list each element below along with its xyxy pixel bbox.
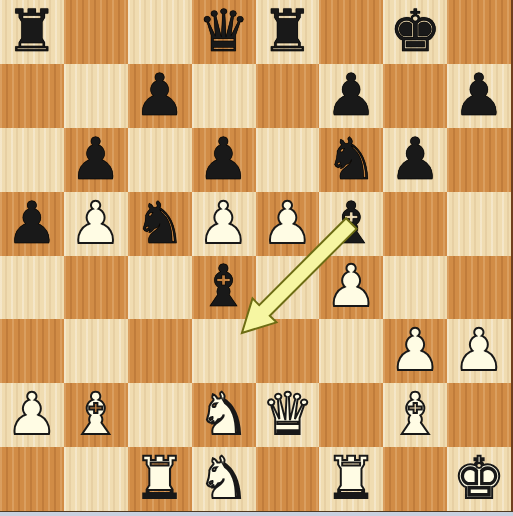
board-frame: ♜♛♜♚♟♟♟♟♟♞♟♟♟♞♟♟♝♝♟♟♟♟♝♞♛♝♜♞♜♚ — [0, 0, 513, 511]
square-f1[interactable]: ♜ — [319, 447, 383, 511]
square-g3[interactable]: ♟ — [383, 319, 447, 383]
window-background-strip — [0, 512, 513, 516]
square-h7[interactable]: ♟ — [447, 64, 511, 128]
black-king[interactable]: ♚ — [389, 2, 441, 60]
square-h2[interactable] — [447, 383, 511, 447]
square-d4[interactable]: ♝ — [192, 256, 256, 320]
white-queen[interactable]: ♛ — [261, 385, 313, 443]
white-pawn[interactable]: ♟ — [261, 194, 313, 252]
square-e2[interactable]: ♛ — [256, 383, 320, 447]
square-c2[interactable] — [128, 383, 192, 447]
square-f6[interactable]: ♞ — [319, 128, 383, 192]
black-bishop[interactable]: ♝ — [198, 257, 250, 315]
white-knight[interactable]: ♞ — [198, 385, 250, 443]
square-a3[interactable] — [0, 319, 64, 383]
white-rook[interactable]: ♜ — [325, 449, 377, 507]
black-pawn[interactable]: ♟ — [134, 66, 186, 124]
black-pawn[interactable]: ♟ — [70, 130, 122, 188]
square-g6[interactable]: ♟ — [383, 128, 447, 192]
square-b7[interactable] — [64, 64, 128, 128]
square-h8[interactable] — [447, 0, 511, 64]
square-b6[interactable]: ♟ — [64, 128, 128, 192]
white-bishop[interactable]: ♝ — [70, 385, 122, 443]
black-pawn[interactable]: ♟ — [6, 194, 58, 252]
white-rook[interactable]: ♜ — [134, 449, 186, 507]
chess-board[interactable]: ♜♛♜♚♟♟♟♟♟♞♟♟♟♞♟♟♝♝♟♟♟♟♝♞♛♝♜♞♜♚ — [0, 0, 511, 511]
square-d8[interactable]: ♛ — [192, 0, 256, 64]
square-g8[interactable]: ♚ — [383, 0, 447, 64]
square-b4[interactable] — [64, 256, 128, 320]
square-b3[interactable] — [64, 319, 128, 383]
square-a6[interactable] — [0, 128, 64, 192]
square-c6[interactable] — [128, 128, 192, 192]
square-h6[interactable] — [447, 128, 511, 192]
white-king[interactable]: ♚ — [453, 449, 505, 507]
square-d1[interactable]: ♞ — [192, 447, 256, 511]
square-c1[interactable]: ♜ — [128, 447, 192, 511]
square-d3[interactable] — [192, 319, 256, 383]
square-c3[interactable] — [128, 319, 192, 383]
square-e5[interactable]: ♟ — [256, 192, 320, 256]
square-e6[interactable] — [256, 128, 320, 192]
black-pawn[interactable]: ♟ — [325, 66, 377, 124]
square-b5[interactable]: ♟ — [64, 192, 128, 256]
square-e7[interactable] — [256, 64, 320, 128]
square-a7[interactable] — [0, 64, 64, 128]
white-pawn[interactable]: ♟ — [6, 385, 58, 443]
square-g4[interactable] — [383, 256, 447, 320]
white-knight[interactable]: ♞ — [198, 449, 250, 507]
square-c4[interactable] — [128, 256, 192, 320]
square-c5[interactable]: ♞ — [128, 192, 192, 256]
white-pawn[interactable]: ♟ — [325, 257, 377, 315]
square-g1[interactable] — [383, 447, 447, 511]
square-d6[interactable]: ♟ — [192, 128, 256, 192]
square-g2[interactable]: ♝ — [383, 383, 447, 447]
square-h3[interactable]: ♟ — [447, 319, 511, 383]
black-pawn[interactable]: ♟ — [389, 130, 441, 188]
square-e4[interactable] — [256, 256, 320, 320]
square-d5[interactable]: ♟ — [192, 192, 256, 256]
square-f2[interactable] — [319, 383, 383, 447]
square-b1[interactable] — [64, 447, 128, 511]
square-g5[interactable] — [383, 192, 447, 256]
white-pawn[interactable]: ♟ — [389, 321, 441, 379]
square-c7[interactable]: ♟ — [128, 64, 192, 128]
black-rook[interactable]: ♜ — [6, 2, 58, 60]
black-pawn[interactable]: ♟ — [198, 130, 250, 188]
white-pawn[interactable]: ♟ — [198, 194, 250, 252]
chess-app-window: ♜♛♜♚♟♟♟♟♟♞♟♟♟♞♟♟♝♝♟♟♟♟♝♞♛♝♜♞♜♚ — [0, 0, 513, 516]
square-a2[interactable]: ♟ — [0, 383, 64, 447]
square-a1[interactable] — [0, 447, 64, 511]
square-e8[interactable]: ♜ — [256, 0, 320, 64]
white-pawn[interactable]: ♟ — [453, 321, 505, 379]
square-f7[interactable]: ♟ — [319, 64, 383, 128]
square-b2[interactable]: ♝ — [64, 383, 128, 447]
square-a5[interactable]: ♟ — [0, 192, 64, 256]
black-pawn[interactable]: ♟ — [453, 66, 505, 124]
white-pawn[interactable]: ♟ — [70, 194, 122, 252]
square-f3[interactable] — [319, 319, 383, 383]
square-f5[interactable]: ♝ — [319, 192, 383, 256]
square-d7[interactable] — [192, 64, 256, 128]
square-e1[interactable] — [256, 447, 320, 511]
white-bishop[interactable]: ♝ — [389, 385, 441, 443]
black-knight[interactable]: ♞ — [325, 130, 377, 188]
square-g7[interactable] — [383, 64, 447, 128]
square-e3[interactable] — [256, 319, 320, 383]
square-h4[interactable] — [447, 256, 511, 320]
black-queen[interactable]: ♛ — [198, 2, 250, 60]
black-knight[interactable]: ♞ — [134, 194, 186, 252]
square-a4[interactable] — [0, 256, 64, 320]
square-b8[interactable] — [64, 0, 128, 64]
square-f8[interactable] — [319, 0, 383, 64]
square-d2[interactable]: ♞ — [192, 383, 256, 447]
square-h1[interactable]: ♚ — [447, 447, 511, 511]
square-h5[interactable] — [447, 192, 511, 256]
square-a8[interactable]: ♜ — [0, 0, 64, 64]
square-f4[interactable]: ♟ — [319, 256, 383, 320]
black-bishop[interactable]: ♝ — [325, 194, 377, 252]
square-c8[interactable] — [128, 0, 192, 64]
black-rook[interactable]: ♜ — [261, 2, 313, 60]
